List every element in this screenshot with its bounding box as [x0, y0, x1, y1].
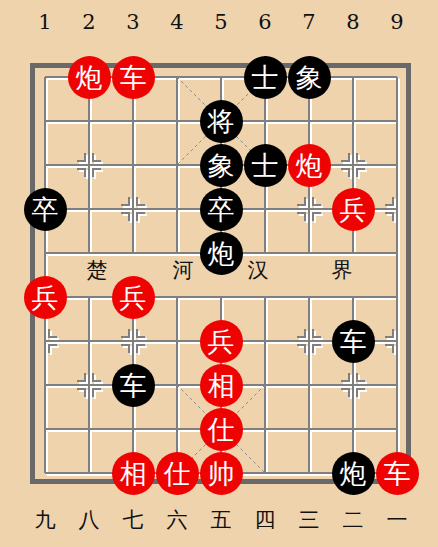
- top-file-label-1: 1: [38, 12, 51, 33]
- river-char-3: 汉: [248, 260, 269, 281]
- bottom-file-label-6: 四: [255, 510, 276, 531]
- piece-red-elephant[interactable]: 相: [112, 452, 155, 495]
- top-file-label-4: 4: [170, 12, 183, 33]
- piece-black-general[interactable]: 将: [200, 100, 243, 143]
- piece-red-advisor[interactable]: 仕: [156, 452, 199, 495]
- piece-red-pawn[interactable]: 兵: [332, 188, 375, 231]
- bottom-file-label-5: 五: [211, 510, 232, 531]
- top-file-label-7: 7: [302, 12, 315, 33]
- bottom-file-label-7: 三: [299, 510, 320, 531]
- xiangqi-board: 炮车士象将象士炮卒卒兵炮兵兵兵车车相仕相仕帅炮车: [23, 55, 419, 495]
- piece-black-advisor[interactable]: 士: [244, 56, 287, 99]
- piece-red-chariot[interactable]: 车: [112, 56, 155, 99]
- bottom-file-label-9: 一: [387, 510, 408, 531]
- piece-red-cannon[interactable]: 炮: [68, 56, 111, 99]
- river-char-1: 楚: [87, 260, 108, 281]
- piece-red-advisor[interactable]: 仕: [200, 408, 243, 451]
- piece-black-cannon[interactable]: 炮: [200, 232, 243, 275]
- bottom-file-label-8: 二: [343, 510, 364, 531]
- bottom-file-label-4: 六: [167, 510, 188, 531]
- xiangqi-app: 炮车士象将象士炮卒卒兵炮兵兵兵车车相仕相仕帅炮车 123456789九八七六五四…: [0, 0, 438, 547]
- piece-red-pawn[interactable]: 兵: [200, 320, 243, 363]
- bottom-file-label-2: 八: [79, 510, 100, 531]
- piece-red-elephant[interactable]: 相: [200, 364, 243, 407]
- bottom-file-label-3: 七: [123, 510, 144, 531]
- piece-black-advisor[interactable]: 士: [244, 144, 287, 187]
- piece-red-pawn[interactable]: 兵: [112, 276, 155, 319]
- top-file-label-2: 2: [82, 12, 95, 33]
- piece-red-cannon[interactable]: 炮: [288, 144, 331, 187]
- top-file-label-9: 9: [390, 12, 403, 33]
- piece-black-elephant[interactable]: 象: [200, 144, 243, 187]
- top-file-label-5: 5: [214, 12, 227, 33]
- river-char-4: 界: [332, 260, 353, 281]
- piece-black-elephant[interactable]: 象: [288, 56, 331, 99]
- top-file-label-3: 3: [126, 12, 139, 33]
- bottom-file-label-1: 九: [35, 510, 56, 531]
- piece-red-pawn[interactable]: 兵: [24, 276, 67, 319]
- piece-red-chariot[interactable]: 车: [376, 452, 419, 495]
- top-file-label-8: 8: [346, 12, 359, 33]
- piece-black-chariot[interactable]: 车: [332, 320, 375, 363]
- piece-black-pawn[interactable]: 卒: [24, 188, 67, 231]
- piece-red-general[interactable]: 帅: [200, 452, 243, 495]
- river-char-2: 河: [173, 260, 194, 281]
- piece-black-cannon[interactable]: 炮: [332, 452, 375, 495]
- top-file-label-6: 6: [258, 12, 271, 33]
- piece-black-chariot[interactable]: 车: [112, 364, 155, 407]
- piece-black-pawn[interactable]: 卒: [200, 188, 243, 231]
